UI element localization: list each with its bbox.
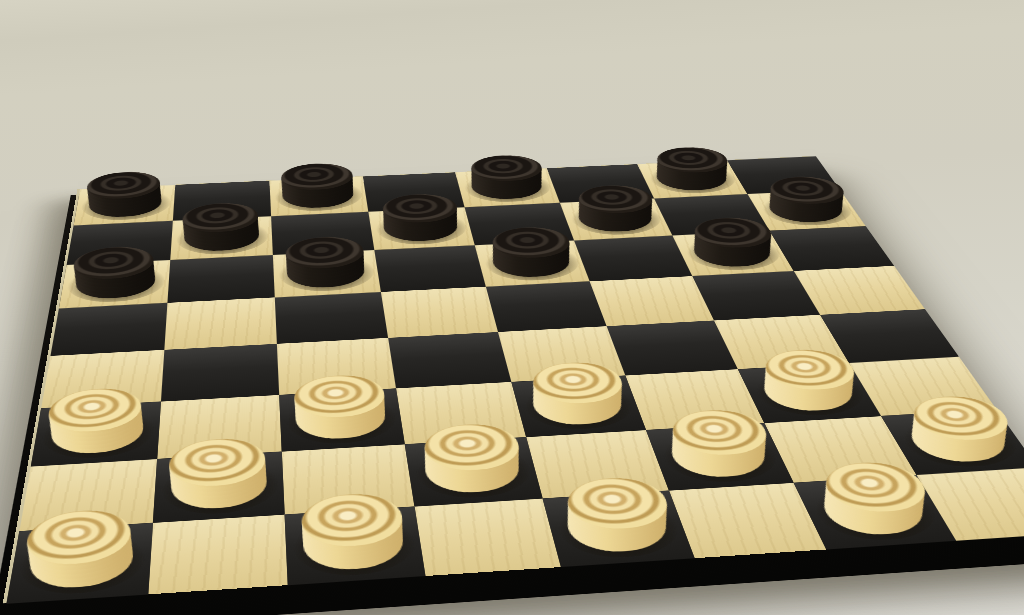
- white-checker: [755, 370, 862, 415]
- board-square-r5c2: [164, 297, 277, 349]
- board-square-r5c5: [486, 281, 607, 332]
- white-checker: [664, 431, 774, 481]
- board-square-r6c5: [475, 240, 590, 286]
- board-square-r1c4: [414, 498, 560, 576]
- board-square-r3c3: [279, 388, 405, 451]
- board-square-r7c6: [560, 198, 673, 240]
- white-checker: [528, 383, 628, 429]
- scene: [0, 0, 1024, 615]
- board-square-r2c2: [153, 452, 285, 523]
- board-square-r1c3: [285, 506, 426, 585]
- white-checker: [26, 533, 135, 593]
- white-checker: [295, 396, 389, 443]
- board-square-r6c1: [59, 260, 170, 308]
- black-checker: [74, 266, 157, 302]
- black-checker: [489, 246, 575, 280]
- board-square-r1c2: [148, 515, 288, 595]
- board-square-r4c2: [161, 344, 279, 402]
- board-square-r7c8: [747, 190, 865, 231]
- board-square-r5c1: [50, 303, 167, 356]
- black-checker: [286, 256, 367, 291]
- black-checker: [651, 165, 733, 193]
- black-checker: [762, 195, 850, 226]
- board-square-r6c3: [273, 250, 381, 297]
- black-checker: [574, 204, 658, 235]
- black-checker: [468, 173, 546, 202]
- board-grid: [7, 156, 1024, 604]
- black-checker: [687, 236, 777, 270]
- black-checker: [381, 212, 460, 244]
- board-square-r5c3: [275, 292, 388, 344]
- board-square-r5c4: [381, 287, 498, 338]
- black-checker: [282, 181, 356, 211]
- board-square-r8c5: [455, 168, 560, 207]
- board-square-r6c2: [167, 255, 274, 303]
- board-square-r3c5: [511, 376, 646, 438]
- white-checker: [170, 460, 267, 513]
- white-checker: [422, 445, 525, 497]
- checkers-board: [7, 156, 1024, 604]
- board-square-r6c4: [374, 245, 485, 292]
- board-square-r4c4: [388, 332, 511, 388]
- board-square-r8c1: [74, 185, 176, 226]
- black-checker: [87, 190, 163, 220]
- board-square-r4c8: [820, 309, 959, 363]
- board-square-r6c7: [672, 231, 793, 276]
- board-square-r3c1: [31, 402, 161, 467]
- board-photo: [0, 0, 1024, 615]
- white-checker: [813, 484, 934, 539]
- board-square-r8c3: [269, 176, 368, 216]
- white-checker: [561, 500, 674, 557]
- board-square-r1c5: [543, 491, 695, 567]
- board-square-r1c1: [7, 523, 153, 604]
- white-checker: [48, 409, 145, 457]
- board-square-r1c6: [669, 483, 826, 558]
- board-square-r6c6: [574, 236, 692, 282]
- board-square-r2c4: [405, 437, 543, 506]
- white-checker: [302, 516, 407, 575]
- board-square-r5c7: [692, 271, 820, 321]
- board-square-r7c2: [170, 216, 273, 260]
- white-checker: [900, 417, 1017, 466]
- board-square-r7c4: [368, 207, 474, 250]
- black-checker: [184, 222, 260, 255]
- board-square-r6c8: [770, 226, 895, 271]
